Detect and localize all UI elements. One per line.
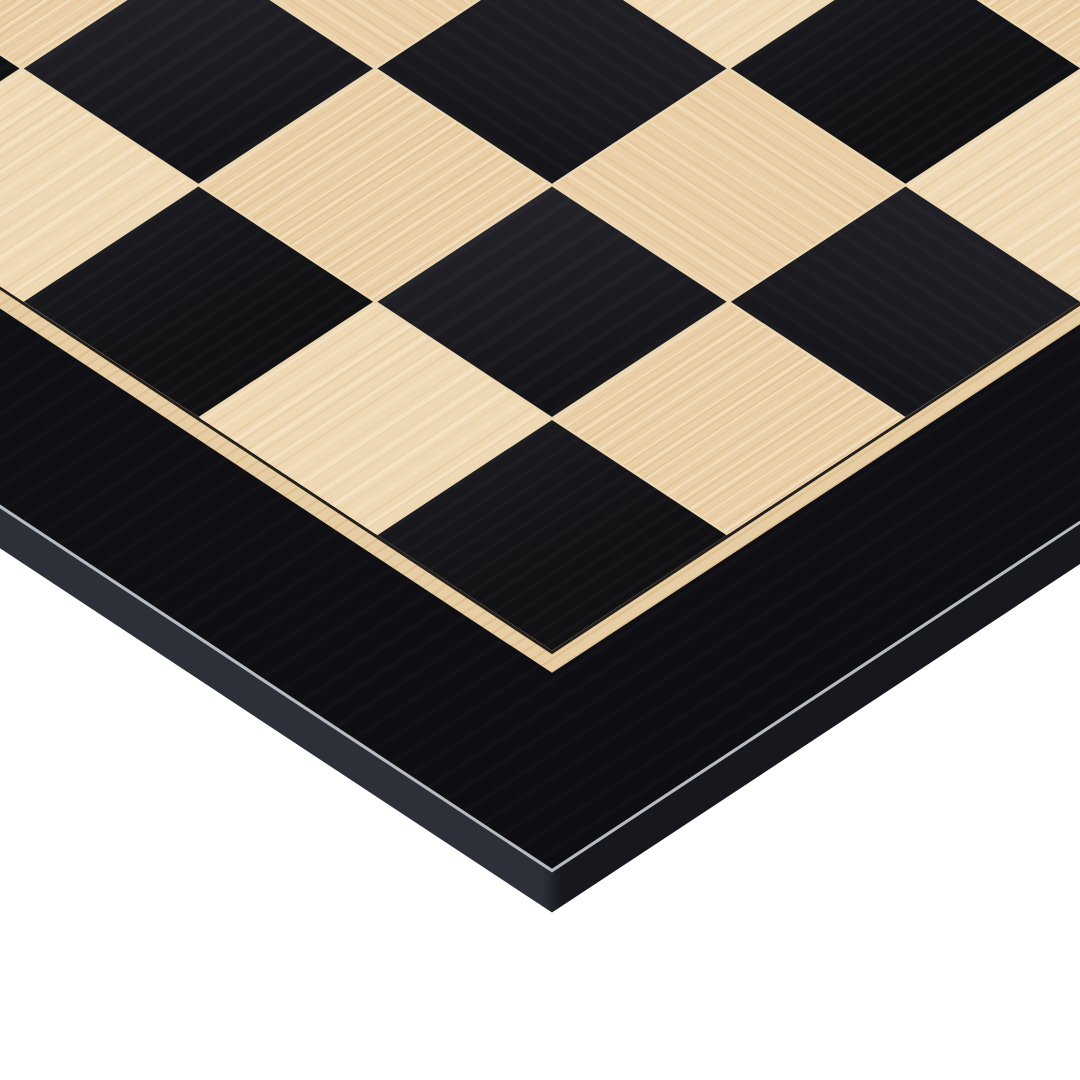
product-photo-stage [0,0,1080,1080]
playing-area-grid [0,0,1080,650]
maple-inlay-border-line [0,0,1080,673]
chessboard [0,0,1080,873]
inlay-joint-line [0,0,1080,654]
